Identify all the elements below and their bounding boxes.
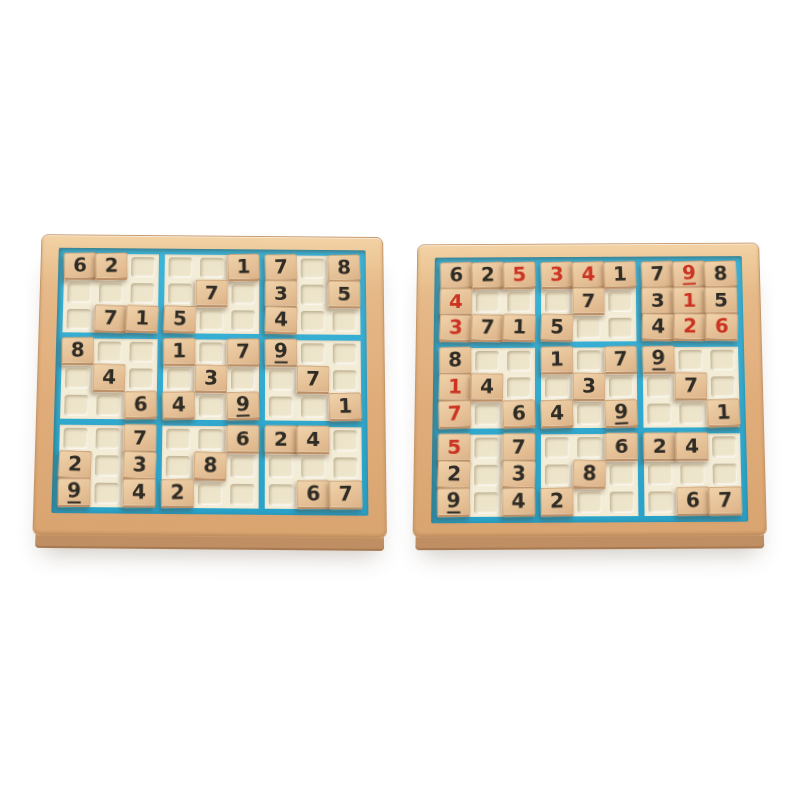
cell-r9c5 [194, 480, 227, 508]
cell-r1c1: 6 [64, 254, 96, 280]
cell-recess [63, 428, 88, 449]
tile-7-r2c5[interactable]: 7 [572, 287, 605, 315]
cell-r1c1: 6 [440, 263, 472, 289]
tile-2-r1c2[interactable]: 2 [95, 252, 128, 281]
cell-r7c5 [194, 426, 226, 454]
cell-r1c5 [196, 255, 228, 281]
tile-3-r8c3[interactable]: 3 [122, 450, 157, 481]
cell-r5c1 [61, 365, 94, 392]
tile-digit: 9 [682, 262, 697, 285]
tile-digit: 7 [614, 348, 628, 369]
tile-4-r5c2[interactable]: 4 [470, 373, 504, 402]
cell-r8c4 [162, 453, 195, 481]
cell-recess [679, 403, 703, 424]
cell-r6c5 [573, 401, 605, 428]
tile-digit: 7 [274, 256, 288, 277]
tile-4-r2c1[interactable]: 4 [439, 288, 472, 316]
tile-2-r7c7[interactable]: 2 [643, 432, 677, 461]
block-1-3: 798315426 [642, 262, 738, 341]
tile-6-r1c1[interactable]: 6 [64, 252, 97, 281]
tile-6-r7c6[interactable]: 6 [605, 432, 639, 461]
block-3-3: 2467 [265, 426, 362, 509]
cell-r5c7 [643, 374, 675, 401]
tile-digit: 9 [614, 401, 629, 424]
cell-r8c1: 2 [438, 462, 471, 490]
tile-digit: 6 [715, 315, 729, 336]
cell-r9c6 [226, 481, 259, 509]
cell-recess [713, 464, 738, 485]
cell-recess [545, 377, 569, 398]
tile-6-r9c8[interactable]: 6 [676, 486, 710, 516]
tile-1-r6c9[interactable]: 1 [706, 398, 741, 428]
cell-r2c2 [472, 289, 504, 315]
cell-r8c9 [329, 454, 362, 482]
cell-r8c8 [297, 454, 329, 482]
tile-9-r4c7[interactable]: 9 [642, 345, 676, 374]
tile-8-r4c1[interactable]: 8 [439, 346, 472, 375]
tile-digit: 1 [682, 289, 696, 310]
cell-r1c7: 7 [265, 255, 297, 281]
cell-r4c2 [93, 338, 125, 365]
tile-2-r7c7[interactable]: 2 [264, 425, 297, 455]
cell-recess [610, 464, 634, 485]
cell-r6c8 [675, 400, 708, 427]
tile-6-r9c8[interactable]: 6 [296, 480, 330, 510]
cell-r5c2: 4 [471, 375, 503, 402]
tile-7-r7c3[interactable]: 7 [123, 423, 157, 453]
cell-recess [269, 484, 293, 506]
tile-3-r8c3[interactable]: 3 [502, 459, 536, 489]
cell-r7c8: 4 [297, 427, 329, 455]
cell-r9c1: 9 [437, 489, 470, 517]
tile-5-r2c9[interactable]: 5 [328, 280, 361, 308]
cell-r8c3: 3 [502, 462, 534, 490]
cell-recess [230, 456, 254, 478]
cell-recess [230, 484, 254, 506]
cell-r2c1 [63, 280, 95, 307]
cell-r1c3 [127, 254, 159, 280]
cell-r7c6: 6 [605, 434, 637, 461]
tile-digit: 2 [550, 490, 564, 512]
tile-digit: 1 [512, 316, 526, 337]
cell-r2c8: 1 [673, 288, 705, 314]
cell-r1c4: 3 [541, 263, 573, 289]
tile-3-r1c4[interactable]: 3 [540, 261, 573, 290]
tile-3-r2c7[interactable]: 3 [641, 287, 674, 315]
tile-8-r1c9[interactable]: 8 [327, 254, 361, 283]
tile-8-r8c5[interactable]: 8 [572, 459, 606, 489]
tile-4-r6c4[interactable]: 4 [162, 391, 196, 421]
cell-recess [647, 404, 671, 425]
block-2-1: 846 [60, 338, 158, 419]
tile-digit: 5 [337, 283, 351, 304]
tile-5-r1c3[interactable]: 5 [503, 261, 536, 290]
tile-digit: 4 [132, 481, 146, 503]
cell-recess [65, 368, 90, 389]
cell-recess [648, 464, 673, 485]
cell-recess [678, 350, 702, 371]
tile-8-r4c1[interactable]: 8 [61, 336, 94, 365]
tile-7-r5c8[interactable]: 7 [296, 365, 329, 395]
cell-recess [545, 437, 569, 458]
tile-digit: 2 [274, 428, 288, 449]
tile-digit: 8 [203, 454, 218, 476]
cell-r4c4: 1 [163, 339, 195, 366]
cell-r2c1: 4 [440, 289, 472, 315]
cell-r4c3 [125, 339, 157, 366]
tile-3-r2c7[interactable]: 3 [265, 280, 298, 308]
tile-digit: 1 [448, 376, 462, 397]
cell-r3c8 [297, 308, 329, 335]
tile-9-r4c7[interactable]: 9 [264, 338, 297, 367]
block-1-2: 34175 [541, 262, 636, 341]
cell-r6c1: 7 [438, 402, 470, 429]
tile-1-r3c3[interactable]: 1 [125, 304, 159, 334]
tile-digit: 5 [512, 264, 526, 285]
tile-digit: 2 [105, 255, 119, 276]
tile-digit: 7 [205, 282, 219, 303]
cell-r7c6: 6 [227, 426, 259, 454]
tile-8-r1c9[interactable]: 8 [704, 260, 738, 289]
cell-recess [66, 309, 90, 330]
tile-digit: 8 [582, 462, 597, 484]
cell-r3c4: 5 [541, 315, 573, 342]
tile-digit: 8 [713, 263, 728, 284]
tile-9-r9c1[interactable]: 9 [57, 477, 91, 507]
block-3-1: 72394 [58, 425, 157, 508]
tile-digit: 5 [550, 316, 564, 337]
cell-recess [474, 438, 498, 459]
block-2-3: 971 [643, 347, 740, 428]
tile-digit: 4 [651, 316, 665, 337]
tile-2-r3c8[interactable]: 2 [673, 312, 706, 341]
cell-r1c6: 1 [228, 255, 260, 281]
cell-r7c7: 2 [644, 434, 677, 461]
tile-digit: 6 [614, 435, 628, 456]
cell-recess [647, 377, 671, 398]
tile-digit: 8 [71, 339, 85, 360]
cell-recess [577, 318, 601, 339]
cell-recess [200, 310, 224, 331]
tile-digit: 9 [651, 347, 666, 370]
cell-r8c5: 8 [573, 461, 605, 489]
cell-r4c9 [329, 340, 361, 367]
cell-r8c1: 2 [58, 452, 91, 480]
tile-9-r9c1[interactable]: 9 [437, 487, 471, 517]
cell-r3c9 [329, 308, 361, 335]
cell-recess [301, 258, 325, 278]
cell-r8c5: 8 [194, 453, 227, 481]
tile-digit: 1 [613, 263, 627, 284]
cell-recess [301, 397, 325, 418]
tile-1-r2c8[interactable]: 1 [673, 286, 706, 314]
cell-r8c6 [226, 453, 258, 481]
cell-r9c3: 4 [123, 480, 156, 508]
cell-r2c7: 3 [265, 281, 297, 308]
cell-r1c4 [165, 254, 197, 280]
tile-digit: 1 [236, 256, 250, 277]
tile-digit: 1 [716, 401, 731, 422]
cell-recess [476, 292, 500, 313]
cell-recess [269, 396, 293, 417]
cell-r3c5 [573, 315, 605, 342]
cell-r7c5 [573, 434, 605, 461]
cell-r9c4: 2 [161, 480, 194, 508]
cell-recess [475, 404, 499, 425]
tile-4-r5c2[interactable]: 4 [92, 363, 126, 393]
tile-digit: 3 [448, 317, 463, 338]
cell-r3c1 [62, 306, 94, 333]
cell-recess [333, 457, 357, 479]
tile-5-r3c4[interactable]: 5 [163, 305, 197, 335]
tile-digit: 4 [449, 291, 463, 312]
cell-r7c8: 4 [676, 433, 709, 460]
tile-8-r8c5[interactable]: 8 [193, 451, 227, 482]
cell-r7c2 [470, 434, 502, 461]
cell-recess [545, 292, 569, 313]
cell-recess [711, 376, 735, 397]
cell-r6c5 [195, 393, 227, 420]
tile-digit: 9 [274, 340, 288, 363]
cell-recess [131, 283, 155, 304]
tile-4-r6c4[interactable]: 4 [540, 399, 574, 429]
cell-recess [577, 404, 601, 425]
cell-r3c3: 1 [126, 306, 158, 333]
cell-r1c7: 7 [642, 262, 674, 288]
tile-7-r1c7[interactable]: 7 [264, 253, 297, 282]
tile-6-r6c3[interactable]: 6 [124, 390, 157, 420]
cell-recess [94, 483, 119, 505]
tile-7-r4c6[interactable]: 7 [604, 345, 638, 374]
cell-recess [474, 492, 499, 514]
cell-r4c6: 7 [605, 347, 637, 374]
tile-1-r6c9[interactable]: 1 [328, 392, 362, 422]
tile-3-r5c5[interactable]: 3 [194, 364, 228, 394]
tile-7-r1c7[interactable]: 7 [641, 260, 675, 289]
tile-2-r9c4[interactable]: 2 [540, 487, 574, 517]
cell-recess [131, 257, 155, 277]
cell-recess [129, 368, 153, 389]
cell-r9c1: 9 [58, 479, 91, 507]
cell-recess [198, 484, 223, 506]
tile-5-r2c9[interactable]: 5 [705, 286, 738, 314]
tile-7-r9c9[interactable]: 7 [708, 486, 743, 516]
cell-r4c7: 9 [643, 347, 675, 374]
cell-r2c3 [126, 280, 158, 307]
tile-3-r5c5[interactable]: 3 [572, 372, 605, 401]
tile-2-r9c4[interactable]: 2 [161, 478, 195, 508]
cell-r8c7 [644, 461, 677, 489]
cell-r6c3: 6 [503, 401, 535, 428]
cell-r2c4 [164, 280, 196, 307]
tile-1-r3c3[interactable]: 1 [502, 313, 536, 342]
tile-7-r3c2[interactable]: 7 [93, 304, 127, 334]
tile-digit: 6 [306, 483, 320, 505]
tile-digit: 4 [102, 366, 117, 387]
cell-r9c3: 4 [502, 489, 535, 517]
tile-digit: 7 [236, 341, 250, 362]
tile-digit: 3 [132, 454, 147, 476]
tile-1-r1c6[interactable]: 1 [227, 253, 260, 282]
cell-r2c9: 5 [328, 282, 360, 309]
tile-7-r6c1[interactable]: 7 [438, 399, 472, 429]
tile-digit: 6 [134, 393, 148, 414]
tile-4-r9c3[interactable]: 4 [122, 478, 156, 508]
cell-r9c8: 6 [677, 488, 710, 516]
cell-r5c1: 1 [439, 375, 471, 402]
tile-digit: 7 [512, 436, 526, 457]
cell-r2c5: 7 [573, 289, 605, 315]
cell-r3c7: 4 [642, 315, 674, 342]
tile-4-r7c8[interactable]: 4 [675, 432, 709, 461]
tile-9-r6c6[interactable]: 9 [604, 398, 638, 428]
cell-recess [507, 351, 531, 372]
cell-r6c4: 4 [541, 401, 573, 428]
cell-r1c9: 8 [328, 256, 360, 282]
cell-recess [166, 456, 191, 478]
tile-5-r7c1[interactable]: 5 [438, 433, 472, 462]
tile-6-r1c1[interactable]: 6 [440, 261, 473, 290]
tile-4-r1c5[interactable]: 4 [572, 260, 605, 289]
cell-recess [168, 283, 192, 304]
cell-r8c2 [470, 462, 503, 490]
tile-6-r3c9[interactable]: 6 [705, 312, 738, 341]
block-1-1: 6271 [62, 254, 159, 334]
cell-r9c2 [470, 489, 503, 517]
cell-r7c1 [59, 425, 92, 452]
cell-recess [200, 258, 224, 278]
cell-r7c2 [91, 425, 124, 453]
cell-r3c6 [227, 307, 259, 334]
cell-r6c2 [471, 401, 503, 428]
cell-r4c8 [297, 340, 329, 367]
cell-r6c7 [265, 393, 297, 420]
tile-digit: 2 [683, 316, 697, 337]
cell-r7c4 [541, 434, 573, 461]
cell-r4c5 [573, 347, 605, 374]
tile-1-r4c4[interactable]: 1 [163, 337, 196, 366]
cell-r4c8 [674, 347, 706, 374]
tile-digit: 8 [337, 257, 351, 278]
cell-recess [301, 343, 325, 364]
cell-r6c4: 4 [162, 393, 194, 420]
tile-9-r6c6[interactable]: 9 [226, 391, 260, 421]
cell-r2c4 [541, 289, 573, 315]
tile-1-r1c6[interactable]: 1 [603, 260, 637, 289]
board-left-blocks: 62711757835484617349971723946822467 [58, 254, 363, 510]
tile-7-r5c8[interactable]: 7 [674, 372, 707, 401]
tile-digit: 6 [449, 264, 463, 285]
cell-recess [545, 464, 569, 485]
cell-r3c8: 2 [674, 314, 706, 341]
tile-7-r9c9[interactable]: 7 [329, 480, 363, 510]
cell-r1c3: 5 [504, 263, 536, 289]
cell-r2c9: 5 [705, 288, 737, 314]
tile-digit: 3 [550, 264, 564, 285]
tile-2-r8c1[interactable]: 2 [437, 460, 471, 490]
cell-r7c1: 5 [438, 435, 471, 462]
cell-r4c4: 1 [541, 348, 573, 375]
tile-7-r3c2[interactable]: 7 [471, 313, 505, 342]
cell-r9c4: 2 [541, 489, 574, 517]
cell-r6c1 [60, 392, 93, 419]
cell-recess [199, 396, 223, 417]
cell-recess [712, 436, 737, 457]
cell-r4c5 [195, 339, 227, 366]
tile-4-r9c3[interactable]: 4 [502, 487, 536, 517]
block-3-2: 682 [541, 434, 639, 517]
cell-r8c7 [265, 454, 297, 482]
cell-r5c7 [265, 367, 297, 394]
tile-7-r7c3[interactable]: 7 [502, 432, 535, 461]
cell-recess [333, 370, 357, 391]
tile-digit: 2 [447, 463, 462, 485]
cell-recess [67, 283, 91, 304]
cell-recess [166, 429, 190, 450]
tile-7-r4c6[interactable]: 7 [227, 338, 260, 367]
tile-digit: 5 [714, 289, 728, 310]
tile-2-r1c2[interactable]: 2 [471, 261, 504, 290]
cell-r4c3 [503, 348, 535, 375]
tile-5-r3c4[interactable]: 5 [540, 313, 574, 342]
cell-r2c3 [503, 289, 535, 315]
cell-r6c3: 6 [124, 392, 157, 419]
tile-digit: 4 [172, 394, 186, 415]
cell-recess [577, 437, 601, 458]
tile-digit: 1 [172, 340, 186, 361]
cell-r5c8: 7 [675, 373, 707, 400]
cell-recess [269, 457, 293, 479]
cell-r9c8: 6 [297, 481, 330, 509]
tile-1-r5c1[interactable]: 1 [438, 373, 472, 402]
cell-r9c5 [573, 489, 606, 517]
tile-9-r1c8[interactable]: 9 [672, 260, 706, 289]
tile-digit: 2 [171, 482, 185, 504]
block-1-3: 78354 [265, 255, 360, 335]
cell-r3c2: 7 [471, 315, 503, 342]
cell-r6c9: 1 [329, 394, 361, 421]
tile-4-r3c7[interactable]: 4 [264, 305, 298, 335]
tile-digit: 1 [135, 307, 150, 328]
tile-4-r7c8[interactable]: 4 [297, 425, 330, 455]
cell-recess [680, 464, 705, 485]
tile-4-r3c7[interactable]: 4 [642, 313, 675, 342]
cell-r5c6 [605, 374, 637, 401]
cell-r4c1: 8 [439, 348, 471, 375]
cell-r1c2: 2 [95, 254, 127, 280]
cell-recess [199, 342, 223, 363]
cell-recess [95, 455, 120, 477]
cell-recess [474, 465, 498, 486]
tile-6-r7c6[interactable]: 6 [226, 424, 259, 454]
tile-6-r6c3[interactable]: 6 [502, 399, 536, 429]
tile-1-r4c4[interactable]: 1 [540, 345, 573, 374]
tile-3-r3c1[interactable]: 3 [439, 314, 473, 343]
cell-r5c5: 3 [195, 366, 227, 393]
block-2-1: 81476 [438, 348, 535, 429]
tile-digit: 3 [274, 283, 288, 304]
cell-recess [608, 318, 632, 339]
cell-recess [610, 492, 635, 514]
cell-recess [269, 370, 293, 391]
tile-7-r2c5[interactable]: 7 [195, 279, 228, 307]
board-left-blue-grid: 62711757835484617349971723946822467 [51, 248, 368, 516]
tile-2-r8c1[interactable]: 2 [57, 450, 92, 481]
tile-digit: 7 [133, 427, 147, 448]
cell-r6c8 [297, 394, 329, 421]
board-right: 6254371341757983154268147617349971572394… [413, 243, 767, 538]
cell-r6c7 [643, 400, 675, 427]
